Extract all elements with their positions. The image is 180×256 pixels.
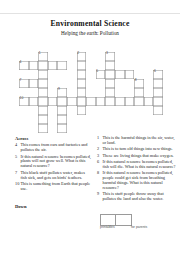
empty-space (29, 88, 39, 97)
empty-space (144, 124, 154, 133)
crossword-cell (48, 97, 58, 106)
empty-space (48, 70, 58, 79)
empty-space (57, 70, 67, 79)
footer-box-divider (115, 215, 116, 225)
crossword-cell (134, 88, 144, 97)
empty-space (115, 79, 125, 88)
empty-space (29, 52, 39, 61)
crossword-cell (153, 106, 163, 115)
empty-space (125, 52, 135, 61)
empty-space (125, 115, 135, 124)
empty-space (134, 106, 144, 115)
empty-space (115, 106, 125, 115)
footer-text-left: printables (100, 225, 115, 229)
empty-space (19, 124, 29, 133)
crossword-cell: 4 (19, 61, 29, 70)
empty-space (144, 88, 154, 97)
crossword-cell: 5 (96, 70, 106, 79)
down-clues: 1This is the harmful things in the air, … (97, 136, 178, 202)
across-header: Across (15, 136, 92, 141)
clue-text: These are living things that make oxygen… (103, 154, 179, 159)
crossword-cell (134, 97, 144, 106)
down-column: 1This is the harmful things in the air, … (97, 136, 178, 203)
crossword-cell (38, 106, 48, 115)
empty-space (86, 52, 96, 61)
empty-space (67, 70, 77, 79)
crossword-cell (77, 79, 87, 88)
crossword-cell (57, 115, 67, 124)
cell-clue-number: 8 (135, 79, 137, 83)
crossword-cell: 3 (105, 52, 115, 61)
crossword-cell (57, 61, 67, 70)
empty-space (96, 52, 106, 61)
clue-text: This is the harmful things in the air, w… (103, 136, 179, 146)
cell-clue-number: 5 (96, 70, 98, 74)
empty-space (48, 106, 58, 115)
empty-space (144, 79, 154, 88)
empty-space (115, 61, 125, 70)
crossword-cell (38, 97, 48, 106)
empty-space (19, 115, 29, 124)
crossword-cell (29, 97, 39, 106)
empty-space (67, 115, 77, 124)
empty-space (48, 115, 58, 124)
empty-space (86, 106, 96, 115)
empty-space (125, 79, 135, 88)
empty-space (105, 115, 115, 124)
clue-text: If this natural resource becomes pollute… (103, 171, 179, 191)
empty-space (67, 61, 77, 70)
crossword-cell: 2 (77, 52, 87, 61)
crossword-cell (105, 97, 115, 106)
crossword-cell (57, 106, 67, 115)
down-header: Down (15, 204, 92, 209)
empty-space (77, 115, 87, 124)
across-clues: 4This comes from cars and factories and … (15, 143, 92, 191)
empty-space (134, 52, 144, 61)
cell-clue-number: 6 (154, 70, 156, 74)
crossword-cell (105, 88, 115, 97)
empty-space (144, 52, 154, 61)
empty-space (86, 79, 96, 88)
clue-text: This is stuff people throw away that pol… (103, 192, 179, 202)
empty-space (115, 52, 125, 61)
crossword-cell (77, 70, 87, 79)
crossword-cell (38, 88, 48, 97)
empty-space (29, 124, 39, 133)
crossword-cell (48, 61, 58, 70)
clue-text: This black stuff pollutes water, makes f… (21, 171, 93, 181)
empty-space (153, 52, 163, 61)
page-top-rule (0, 13, 180, 14)
crossword-cell (38, 115, 48, 124)
empty-space (67, 106, 77, 115)
clue-item: 9This is stuff people throw away that po… (97, 192, 178, 202)
crossword-cell: 6 (153, 70, 163, 79)
cell-clue-number: 3 (106, 52, 108, 56)
clue-text: This is something from Earth that people… (21, 182, 93, 192)
clue-text: This comes from cars and factories and p… (21, 143, 93, 153)
empty-space (144, 115, 154, 124)
crossword-cell (29, 61, 39, 70)
empty-space (77, 124, 87, 133)
empty-space (57, 52, 67, 61)
crossword-cell (38, 70, 48, 79)
cell-clue-number: 1 (39, 52, 41, 56)
crossword-cell (153, 97, 163, 106)
empty-space (134, 115, 144, 124)
crossword-cell (115, 70, 125, 79)
empty-space (29, 115, 39, 124)
clue-item: 6If this natural resource becomes pollut… (97, 160, 178, 170)
crossword-cell (57, 97, 67, 106)
cell-clue-number: 4 (20, 61, 22, 65)
crossword-cell (125, 97, 135, 106)
empty-space (48, 52, 58, 61)
empty-space (67, 52, 77, 61)
crossword-cell (86, 97, 96, 106)
cell-clue-number: 7 (20, 79, 22, 83)
crossword-cell (38, 124, 48, 133)
empty-space (105, 106, 115, 115)
empty-space (115, 88, 125, 97)
cell-clue-number: 2 (77, 52, 79, 56)
empty-space (144, 70, 154, 79)
crossword-cell (105, 79, 115, 88)
empty-space (86, 88, 96, 97)
empty-space (134, 61, 144, 70)
empty-space (96, 79, 106, 88)
empty-space (67, 79, 77, 88)
crossword-cell (57, 124, 67, 133)
across-column: Across 4This comes from cars and factori… (15, 136, 92, 209)
crossword-cell (115, 97, 125, 106)
empty-space (125, 61, 135, 70)
crossword-cell (96, 97, 106, 106)
cell-clue-number: 9 (58, 88, 60, 92)
empty-space (48, 124, 58, 133)
crossword-cell: 10 (19, 97, 29, 106)
empty-space (48, 88, 58, 97)
crossword-cell (38, 79, 48, 88)
clue-text: This is to turn old things into new thin… (103, 147, 179, 152)
clue-item: 2This is to turn old things into new thi… (97, 147, 178, 152)
crossword-grid: 12345678910 (19, 52, 163, 133)
clue-item: 8If this natural resource becomes pollut… (97, 171, 178, 191)
crossword-cell: 9 (57, 88, 67, 97)
clue-item: 10This is something from Earth that peop… (15, 182, 92, 192)
worksheet-subtitle: Helping the earth: Pollution (0, 30, 180, 36)
empty-space (134, 124, 144, 133)
empty-space (125, 106, 135, 115)
empty-space (29, 106, 39, 115)
empty-space (48, 79, 58, 88)
empty-space (115, 124, 125, 133)
clue-item: 4This comes from cars and factories and … (15, 143, 92, 153)
clue-text: If this natural resource becomes pollute… (103, 160, 179, 170)
empty-space (86, 70, 96, 79)
empty-space (153, 115, 163, 124)
empty-space (115, 115, 125, 124)
crossword-cell (67, 97, 77, 106)
empty-space (96, 106, 106, 115)
crossword-cell (144, 97, 154, 106)
crossword-cell: 8 (134, 79, 144, 88)
crossword-cell (105, 61, 115, 70)
crossword-cell (77, 97, 87, 106)
empty-space (86, 115, 96, 124)
empty-space (86, 61, 96, 70)
crossword-cell: 7 (19, 79, 29, 88)
crossword-cell (153, 79, 163, 88)
crossword-cell (105, 70, 115, 79)
crossword-cell (77, 88, 87, 97)
empty-space (125, 88, 135, 97)
empty-space (153, 124, 163, 133)
empty-space (19, 106, 29, 115)
clue-text: If this natural resource becomes pollute… (21, 155, 93, 170)
empty-space (67, 88, 77, 97)
empty-space (144, 106, 154, 115)
empty-space (96, 115, 106, 124)
clue-item: 1This is the harmful things in the air, … (97, 136, 178, 146)
empty-space (67, 124, 77, 133)
empty-space (144, 61, 154, 70)
crossword-cell (77, 106, 87, 115)
crossword-cell (77, 61, 87, 70)
cell-clue-number: 10 (20, 97, 24, 101)
empty-space (86, 124, 96, 133)
clue-item: 3These are living things that make oxyge… (97, 154, 178, 159)
crossword-cell (125, 70, 135, 79)
worksheet-title: Environmental Science (0, 19, 180, 28)
clue-item: 7This black stuff pollutes water, makes … (15, 171, 92, 181)
crossword-cell (38, 61, 48, 70)
footer-text-right: for parents (131, 225, 147, 229)
empty-space (105, 124, 115, 133)
crossword-cell (29, 79, 39, 88)
crossword-cell: 1 (38, 52, 48, 61)
empty-space (125, 124, 135, 133)
empty-space (96, 88, 106, 97)
empty-space (29, 70, 39, 79)
clue-item: 5If this natural resource becomes pollut… (15, 155, 92, 170)
crossword-cell (153, 88, 163, 97)
empty-space (96, 124, 106, 133)
